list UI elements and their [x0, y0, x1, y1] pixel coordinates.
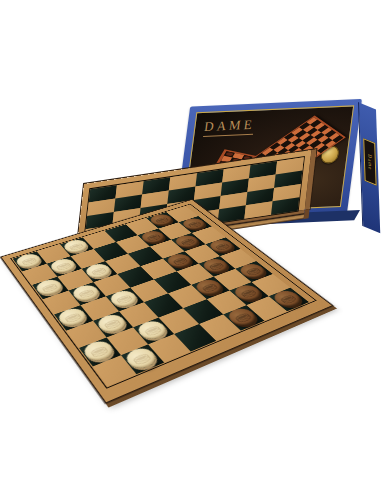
box-title: DAME — [203, 117, 256, 137]
checker-piece-dark: ⛂ — [192, 277, 226, 297]
board-square — [22, 264, 57, 285]
checker-piece-white: ⛂ — [107, 288, 141, 309]
board-square — [107, 327, 148, 355]
board-square — [150, 240, 185, 259]
box-spine: Dame — [358, 102, 380, 233]
board-square: ⛂ — [269, 288, 309, 312]
board-square: ⛂ — [93, 311, 133, 337]
board-square — [154, 271, 191, 293]
checker-piece-white: ⛂ — [134, 318, 170, 342]
checker-piece-white: ⛂ — [48, 257, 79, 275]
checker-piece-white: ⛂ — [122, 345, 160, 371]
board-square — [130, 279, 168, 302]
board-square — [80, 296, 119, 321]
checker-piece-dark: ⛂ — [206, 238, 237, 255]
board-square: ⛂ — [47, 256, 82, 277]
board-square — [37, 244, 71, 263]
checker-piece-white: ⛂ — [83, 262, 115, 281]
board-square — [57, 269, 93, 291]
board-square — [144, 293, 183, 317]
checker-piece-white: ⛂ — [69, 283, 102, 303]
product-photo-checkers-set: DAME Dame ⛂⛂⛂⛂⛂⛂⛂⛂⛂⛂⛂⛂⛂⛂⛂⛂⛂⛂⛂⛂⛂⛂⛂⛂ — [0, 0, 381, 492]
board-square: ⛂ — [106, 288, 144, 312]
board-square — [93, 355, 137, 386]
checker-piece-white: ⛂ — [14, 252, 44, 270]
board-square: ⛂ — [82, 261, 118, 282]
board-square — [148, 334, 191, 363]
board-square — [168, 285, 207, 308]
checker-piece-white: ⛂ — [33, 277, 65, 297]
board-square — [66, 321, 106, 348]
board-square — [214, 269, 252, 291]
box-spine-label: Dame — [363, 138, 376, 186]
board-square — [117, 266, 154, 287]
board-square: ⛂ — [230, 282, 269, 305]
board-square — [119, 302, 159, 327]
board-square — [105, 254, 140, 274]
board-square: ⛂ — [54, 305, 93, 330]
board-square — [220, 249, 256, 269]
board-square: ⛂ — [223, 305, 264, 330]
checker-piece-white: ⛂ — [94, 312, 129, 335]
open-board-scene: ⛂⛂⛂⛂⛂⛂⛂⛂⛂⛂⛂⛂⛂⛂⛂⛂⛂⛂⛂⛂⛂⛂⛂⛂ — [0, 0, 381, 492]
checker-piece-dark: ⛂ — [164, 252, 196, 270]
board-square — [159, 308, 200, 334]
board-square — [246, 296, 287, 321]
board-square: ⛂ — [133, 318, 174, 345]
board-square: ⛂ — [191, 277, 229, 300]
board-square: ⛂ — [235, 261, 272, 282]
checker-piece-white: ⛂ — [55, 306, 90, 329]
board-square — [177, 264, 214, 285]
board-square: ⛂ — [69, 282, 106, 305]
board-square — [141, 259, 177, 280]
board-square — [43, 291, 81, 315]
board-square — [199, 314, 241, 340]
checker-piece-white: ⛂ — [80, 338, 117, 364]
board-square — [93, 274, 130, 296]
checker-piece-dark: ⛂ — [230, 283, 265, 303]
checker-piece-dark: ⛂ — [270, 288, 306, 309]
board-square — [128, 247, 163, 267]
board-square: ⛂ — [32, 277, 68, 300]
board-square: ⛂ — [121, 344, 164, 374]
board-square — [207, 290, 247, 314]
checker-piece-dark: ⛂ — [236, 262, 269, 281]
board-square — [185, 244, 220, 263]
checker-piece-dark: ⛂ — [224, 306, 260, 329]
board-square — [183, 299, 223, 324]
board-square: ⛂ — [79, 337, 121, 366]
board-square — [252, 274, 291, 296]
checker-piece-dark: ⛂ — [199, 257, 231, 275]
board-square: ⛂ — [199, 256, 236, 277]
board-square: ⛂ — [163, 251, 199, 271]
board-square: ⛂ — [13, 251, 47, 271]
board-square: ⛂ — [205, 237, 240, 256]
board-square — [174, 324, 216, 352]
